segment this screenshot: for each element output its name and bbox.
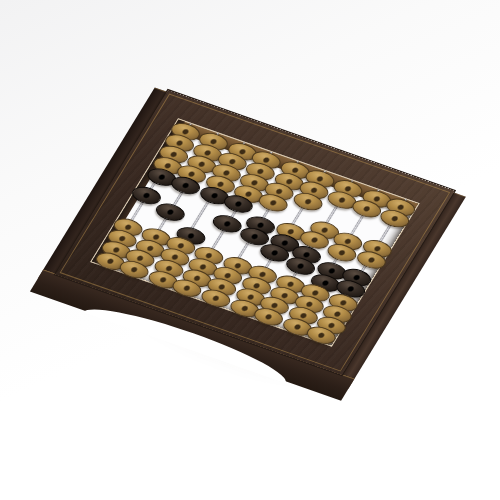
photo-background [0, 0, 500, 500]
